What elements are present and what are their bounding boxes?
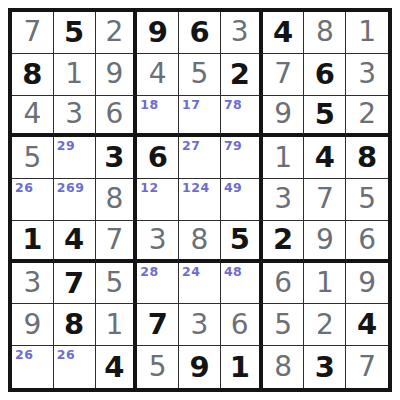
pencil-marks: 26 <box>12 346 33 362</box>
cell-r6c4[interactable]: 3 <box>137 221 179 263</box>
cell-r3c8[interactable]: 5 <box>304 96 346 138</box>
solved-digit: 2 <box>358 100 376 128</box>
cell-r4c1[interactable]: 5 <box>12 137 54 179</box>
solved-digit: 4 <box>149 60 167 88</box>
solved-digit: 5 <box>274 311 292 339</box>
cell-r6c9[interactable]: 6 <box>346 221 388 263</box>
pencil-marks: 78 <box>221 96 242 112</box>
solved-digit: 5 <box>106 269 124 297</box>
solved-digit: 5 <box>23 144 41 172</box>
cell-r4c5[interactable]: 27 <box>179 137 221 179</box>
cell-r9c1[interactable]: 26 <box>12 346 54 388</box>
solved-digit: 9 <box>274 100 292 128</box>
solved-digit: 5 <box>149 353 167 381</box>
cell-r9c3[interactable]: 4 <box>96 346 138 388</box>
given-digit: 6 <box>315 60 335 89</box>
solved-digit: 9 <box>358 269 376 297</box>
cell-r2c4[interactable]: 4 <box>137 54 179 96</box>
cell-r6c2[interactable]: 4 <box>54 221 96 263</box>
solved-digit: 3 <box>65 100 83 128</box>
cell-r9c5[interactable]: 9 <box>179 346 221 388</box>
cell-r1c7[interactable]: 4 <box>263 12 305 54</box>
pencil-marks: 49 <box>221 179 242 195</box>
cell-r3c7[interactable]: 9 <box>263 96 305 138</box>
solved-digit: 9 <box>106 60 124 88</box>
cell-r7c2[interactable]: 7 <box>54 263 96 305</box>
cell-r1c6[interactable]: 3 <box>221 12 263 54</box>
pencil-marks: 29 <box>54 137 75 153</box>
cell-r6c1[interactable]: 1 <box>12 221 54 263</box>
cell-r9c7[interactable]: 8 <box>263 346 305 388</box>
cell-r1c1[interactable]: 7 <box>12 12 54 54</box>
cell-r7c6[interactable]: 48 <box>221 263 263 305</box>
solved-digit: 7 <box>23 18 41 46</box>
solved-digit: 8 <box>106 185 124 213</box>
pencil-marks: 27 <box>179 137 200 153</box>
solved-digit: 7 <box>316 185 334 213</box>
given-digit: 3 <box>315 353 335 382</box>
solved-digit: 3 <box>149 226 167 254</box>
cell-r2c1[interactable]: 8 <box>12 54 54 96</box>
given-digit: 1 <box>22 225 42 254</box>
solved-digit: 1 <box>358 18 376 46</box>
cell-r4c9[interactable]: 8 <box>346 137 388 179</box>
given-digit: 7 <box>64 269 84 298</box>
cell-r6c3[interactable]: 7 <box>96 221 138 263</box>
given-digit: 5 <box>230 225 250 254</box>
solved-digit: 1 <box>316 269 334 297</box>
solved-digit: 4 <box>23 100 41 128</box>
cell-r1c4[interactable]: 9 <box>137 12 179 54</box>
solved-digit: 6 <box>231 311 249 339</box>
pencil-marks: 26 <box>12 179 33 195</box>
cell-r6c6[interactable]: 5 <box>221 221 263 263</box>
given-digit: 5 <box>64 18 84 47</box>
solved-digit: 7 <box>358 353 376 381</box>
given-digit: 9 <box>148 18 168 47</box>
cell-r1c5[interactable]: 6 <box>179 12 221 54</box>
given-digit: 4 <box>64 225 84 254</box>
cell-r7c5[interactable]: 24 <box>179 263 221 305</box>
cell-r8c2[interactable]: 8 <box>54 304 96 346</box>
cell-r3c4[interactable]: 18 <box>137 96 179 138</box>
cell-r5c7[interactable]: 3 <box>263 179 305 221</box>
cell-r6c7[interactable]: 2 <box>263 221 305 263</box>
cell-r6c5[interactable]: 8 <box>179 221 221 263</box>
cell-r7c3[interactable]: 5 <box>96 263 138 305</box>
solved-digit: 2 <box>316 311 334 339</box>
cell-r4c4[interactable]: 6 <box>137 137 179 179</box>
cell-r1c2[interactable]: 5 <box>54 12 96 54</box>
cell-r4c8[interactable]: 4 <box>304 137 346 179</box>
pencil-marks: 28 <box>137 263 158 279</box>
given-digit: 8 <box>22 60 42 89</box>
given-digit: 4 <box>357 310 377 339</box>
cell-r5c5[interactable]: 124 <box>179 179 221 221</box>
solved-digit: 3 <box>191 311 209 339</box>
cell-r3c6[interactable]: 78 <box>221 96 263 138</box>
solved-digit: 6 <box>358 226 376 254</box>
sudoku-board: 7529634818194527634361817789525293627791… <box>8 8 392 392</box>
cell-r1c8[interactable]: 8 <box>304 12 346 54</box>
given-digit: 2 <box>273 225 293 254</box>
cell-r5c8[interactable]: 7 <box>304 179 346 221</box>
cell-r7c7[interactable]: 6 <box>263 263 305 305</box>
cell-r1c3[interactable]: 2 <box>96 12 138 54</box>
cell-r8c3[interactable]: 1 <box>96 304 138 346</box>
cell-r5c1[interactable]: 26 <box>12 179 54 221</box>
given-digit: 5 <box>315 100 335 129</box>
cell-r3c1[interactable]: 4 <box>12 96 54 138</box>
pencil-marks: 124 <box>179 179 210 195</box>
cell-r7c4[interactable]: 28 <box>137 263 179 305</box>
given-digit: 6 <box>189 18 209 47</box>
given-digit: 7 <box>148 310 168 339</box>
cell-r4c3[interactable]: 3 <box>96 137 138 179</box>
cell-r3c9[interactable]: 2 <box>346 96 388 138</box>
cell-r9c9[interactable]: 7 <box>346 346 388 388</box>
cell-r3c5[interactable]: 17 <box>179 96 221 138</box>
solved-digit: 1 <box>65 60 83 88</box>
cell-r8c8[interactable]: 2 <box>304 304 346 346</box>
given-digit: 8 <box>357 143 377 172</box>
solved-digit: 5 <box>358 185 376 213</box>
cell-r5c2[interactable]: 269 <box>54 179 96 221</box>
solved-digit: 3 <box>358 60 376 88</box>
cell-r9c4[interactable]: 5 <box>137 346 179 388</box>
solved-digit: 7 <box>106 226 124 254</box>
given-digit: 1 <box>230 353 250 382</box>
cell-r9c8[interactable]: 3 <box>304 346 346 388</box>
cell-r8c6[interactable]: 6 <box>221 304 263 346</box>
cell-r8c5[interactable]: 3 <box>179 304 221 346</box>
solved-digit: 8 <box>316 18 334 46</box>
pencil-marks: 17 <box>179 96 200 112</box>
cell-r2c5[interactable]: 5 <box>179 54 221 96</box>
cell-r7c8[interactable]: 1 <box>304 263 346 305</box>
cell-r5c9[interactable]: 5 <box>346 179 388 221</box>
cell-r4c2[interactable]: 29 <box>54 137 96 179</box>
cell-r8c7[interactable]: 5 <box>263 304 305 346</box>
pencil-marks: 48 <box>221 263 242 279</box>
solved-digit: 8 <box>191 226 209 254</box>
given-digit: 6 <box>148 143 168 172</box>
pencil-marks: 18 <box>137 96 158 112</box>
cell-r7c9[interactable]: 9 <box>346 263 388 305</box>
cell-r2c6[interactable]: 2 <box>221 54 263 96</box>
solved-digit: 1 <box>106 311 124 339</box>
cell-r5c3[interactable]: 8 <box>96 179 138 221</box>
cell-r2c9[interactable]: 3 <box>346 54 388 96</box>
cell-r8c4[interactable]: 7 <box>137 304 179 346</box>
solved-digit: 9 <box>23 311 41 339</box>
solved-digit: 3 <box>274 185 292 213</box>
solved-digit: 8 <box>274 353 292 381</box>
given-digit: 3 <box>104 143 124 172</box>
given-digit: 4 <box>315 143 335 172</box>
cell-r1c9[interactable]: 1 <box>346 12 388 54</box>
cell-r9c2[interactable]: 26 <box>54 346 96 388</box>
solved-digit: 3 <box>231 18 249 46</box>
cell-r8c9[interactable]: 4 <box>346 304 388 346</box>
solved-digit: 9 <box>316 226 334 254</box>
given-digit: 4 <box>273 18 293 47</box>
solved-digit: 5 <box>191 60 209 88</box>
solved-digit: 2 <box>106 18 124 46</box>
cell-r2c3[interactable]: 9 <box>96 54 138 96</box>
cell-r7c1[interactable]: 3 <box>12 263 54 305</box>
cell-r2c7[interactable]: 7 <box>263 54 305 96</box>
pencil-marks: 269 <box>54 179 85 195</box>
solved-digit: 3 <box>23 269 41 297</box>
cell-r4c7[interactable]: 1 <box>263 137 305 179</box>
given-digit: 9 <box>189 353 209 382</box>
solved-digit: 6 <box>106 100 124 128</box>
pencil-marks: 24 <box>179 263 200 279</box>
solved-digit: 1 <box>274 144 292 172</box>
cell-r3c3[interactable]: 6 <box>96 96 138 138</box>
cell-r3c2[interactable]: 3 <box>54 96 96 138</box>
cell-r8c1[interactable]: 9 <box>12 304 54 346</box>
pencil-marks: 26 <box>54 346 75 362</box>
pencil-marks: 12 <box>137 179 158 195</box>
cell-r9c6[interactable]: 1 <box>221 346 263 388</box>
cell-r2c2[interactable]: 1 <box>54 54 96 96</box>
cell-r2c8[interactable]: 6 <box>304 54 346 96</box>
cell-r5c4[interactable]: 12 <box>137 179 179 221</box>
given-digit: 4 <box>104 353 124 382</box>
cell-r6c8[interactable]: 9 <box>304 221 346 263</box>
given-digit: 8 <box>64 310 84 339</box>
solved-digit: 6 <box>274 269 292 297</box>
cell-r5c6[interactable]: 49 <box>221 179 263 221</box>
given-digit: 2 <box>230 60 250 89</box>
pencil-marks: 79 <box>221 137 242 153</box>
cell-r4c6[interactable]: 79 <box>221 137 263 179</box>
solved-digit: 7 <box>274 60 292 88</box>
